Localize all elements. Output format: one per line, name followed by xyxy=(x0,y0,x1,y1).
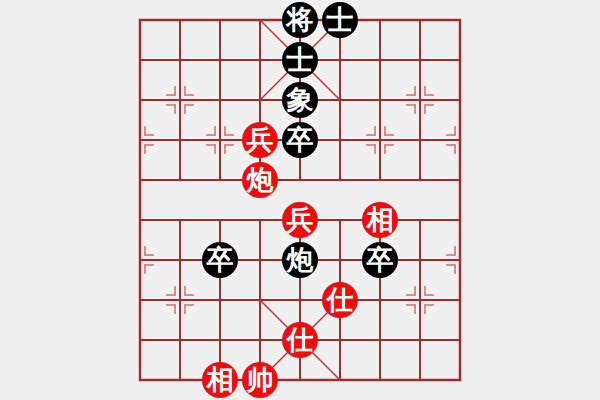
piece-red-cannon[interactable]: 炮 xyxy=(242,162,278,198)
piece-black-elephant[interactable]: 象 xyxy=(282,82,318,118)
piece-black-advisor[interactable]: 士 xyxy=(282,42,318,78)
piece-black-soldier[interactable]: 卒 xyxy=(362,242,398,278)
piece-black-advisor[interactable]: 士 xyxy=(322,2,358,38)
xiangqi-app: 将士士象卒兵炮兵相卒炮卒仕仕相帅 xyxy=(0,0,600,400)
piece-red-advisor[interactable]: 仕 xyxy=(322,282,358,318)
piece-black-cannon[interactable]: 炮 xyxy=(282,242,318,278)
piece-black-general[interactable]: 将 xyxy=(282,2,318,38)
piece-red-general[interactable]: 帅 xyxy=(242,362,278,398)
xiangqi-board[interactable]: 将士士象卒兵炮兵相卒炮卒仕仕相帅 xyxy=(140,20,460,380)
piece-red-soldier[interactable]: 兵 xyxy=(282,202,318,238)
piece-red-soldier[interactable]: 兵 xyxy=(242,122,278,158)
piece-red-advisor[interactable]: 仕 xyxy=(282,322,318,358)
piece-black-soldier[interactable]: 卒 xyxy=(282,122,318,158)
piece-black-soldier[interactable]: 卒 xyxy=(202,242,238,278)
piece-red-elephant[interactable]: 相 xyxy=(202,362,238,398)
piece-red-elephant[interactable]: 相 xyxy=(362,202,398,238)
